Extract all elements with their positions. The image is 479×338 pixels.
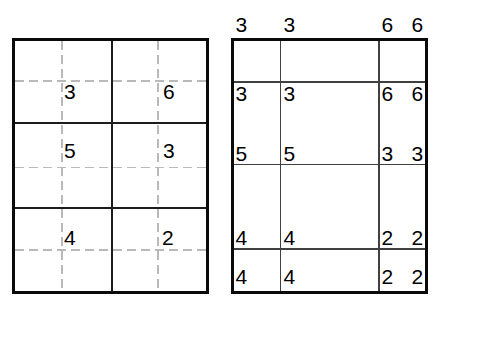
- region-label: 2: [382, 266, 394, 287]
- region-label: 5: [236, 143, 248, 164]
- region-label: 3: [412, 143, 424, 164]
- puzzle-figure: 3 6 5 3 4 2 3 3 6 6 3 3 6 6 5 5 3 3 4 4 …: [0, 0, 479, 338]
- region-label: 2: [382, 227, 394, 248]
- dashed-hline: [15, 249, 206, 251]
- edge-label-top: 6: [412, 14, 424, 35]
- partition-hline: [234, 248, 425, 250]
- region-label: 6: [382, 83, 394, 104]
- region-label: 4: [236, 266, 248, 287]
- partition-hline: [234, 81, 425, 83]
- region-label: 3: [284, 83, 296, 104]
- region-label: 4: [236, 227, 248, 248]
- clue-number: 4: [64, 227, 76, 248]
- region-label: 4: [284, 227, 296, 248]
- edge-label-top: 3: [236, 14, 248, 35]
- region-label: 2: [412, 227, 424, 248]
- region-label: 5: [284, 143, 296, 164]
- partition-hline: [234, 164, 425, 166]
- clue-number: 5: [64, 140, 76, 161]
- clue-number: 2: [162, 227, 174, 248]
- block-hline: [15, 122, 206, 124]
- region-label: 4: [284, 266, 296, 287]
- partition-vline: [378, 41, 380, 291]
- dashed-hline: [15, 167, 206, 169]
- edge-label-top: 3: [284, 14, 296, 35]
- block-hline: [15, 207, 206, 209]
- partition-grid: 3 3 6 6 3 3 6 6 5 5 3 3 4 4 2 2 4 4 2 2: [231, 38, 428, 294]
- region-label: 3: [236, 83, 248, 104]
- clue-number: 3: [64, 81, 76, 102]
- clue-number: 3: [163, 140, 175, 161]
- region-label: 6: [412, 83, 424, 104]
- edge-label-top: 6: [382, 14, 394, 35]
- clue-number: 6: [163, 81, 175, 102]
- dashed-hline: [15, 80, 206, 82]
- partition-vline: [280, 41, 282, 291]
- region-label: 2: [412, 266, 424, 287]
- clue-grid: 3 6 5 3 4 2: [12, 38, 209, 294]
- region-label: 3: [382, 143, 394, 164]
